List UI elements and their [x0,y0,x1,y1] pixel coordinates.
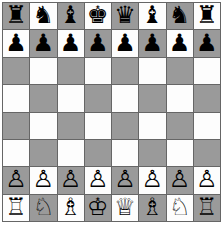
square-r5c2[interactable] [30,85,56,111]
square-r8c5[interactable]: ♛ [112,3,138,29]
white-pawn: ♙ [5,167,27,191]
square-r1c8[interactable]: ♖ [194,195,220,221]
black-pawn: ♟ [87,31,109,55]
chess-board-wrapper: ♜♞♝♚♛♝♞♜♟♟♟♟♟♟♟♟♙♙♙♙♙♙♙♙♖♘♗♔♕♗♘♖ [2,2,221,222]
square-r4c8[interactable] [194,113,220,139]
white-pawn: ♙ [114,167,136,191]
square-r8c1[interactable]: ♜ [3,3,29,29]
black-pawn: ♟ [33,31,55,55]
white-bishop: ♗ [142,195,164,219]
square-r2c3[interactable]: ♙ [58,167,84,193]
square-r7c3[interactable]: ♟ [58,30,84,56]
square-r4c7[interactable] [167,113,193,139]
square-r8c7[interactable]: ♞ [167,3,193,29]
white-pawn: ♙ [142,167,164,191]
square-r4c2[interactable] [30,113,56,139]
square-r7c1[interactable]: ♟ [3,30,29,56]
square-r4c4[interactable] [85,113,111,139]
white-bishop: ♗ [60,195,82,219]
square-r4c6[interactable] [139,113,165,139]
white-knight: ♘ [169,195,191,219]
square-r2c4[interactable]: ♙ [85,167,111,193]
white-pawn: ♙ [60,167,82,191]
square-r2c5[interactable]: ♙ [112,167,138,193]
square-r7c4[interactable]: ♟ [85,30,111,56]
square-r3c7[interactable] [167,140,193,166]
square-r8c8[interactable]: ♜ [194,3,220,29]
square-r4c3[interactable] [58,113,84,139]
square-r8c3[interactable]: ♝ [58,3,84,29]
square-r1c3[interactable]: ♗ [58,195,84,221]
square-r2c8[interactable]: ♙ [194,167,220,193]
square-r7c2[interactable]: ♟ [30,30,56,56]
square-r1c2[interactable]: ♘ [30,195,56,221]
square-r1c7[interactable]: ♘ [167,195,193,221]
white-rook: ♖ [196,195,218,219]
square-r3c3[interactable] [58,140,84,166]
square-r3c5[interactable] [112,140,138,166]
square-r3c8[interactable] [194,140,220,166]
square-r2c6[interactable]: ♙ [139,167,165,193]
square-r5c3[interactable] [58,85,84,111]
square-r5c6[interactable] [139,85,165,111]
square-r4c5[interactable] [112,113,138,139]
square-r5c5[interactable] [112,85,138,111]
black-pawn: ♟ [60,31,82,55]
square-r6c6[interactable] [139,58,165,84]
square-r1c1[interactable]: ♖ [3,195,29,221]
white-rook: ♖ [5,195,27,219]
square-r7c7[interactable]: ♟ [167,30,193,56]
black-queen: ♛ [114,3,136,27]
square-r2c2[interactable]: ♙ [30,167,56,193]
black-pawn: ♟ [5,31,27,55]
black-knight: ♞ [33,3,55,27]
white-pawn: ♙ [87,167,109,191]
square-r5c1[interactable] [3,85,29,111]
black-bishop: ♝ [142,3,164,27]
black-rook: ♜ [196,3,218,27]
square-r6c1[interactable] [3,58,29,84]
square-r8c4[interactable]: ♚ [85,3,111,29]
square-r5c4[interactable] [85,85,111,111]
square-r6c2[interactable] [30,58,56,84]
square-r1c5[interactable]: ♕ [112,195,138,221]
white-king: ♔ [87,195,109,219]
square-r6c7[interactable] [167,58,193,84]
square-r2c7[interactable]: ♙ [167,167,193,193]
white-knight: ♘ [33,195,55,219]
square-r3c1[interactable] [3,140,29,166]
square-r4c1[interactable] [3,113,29,139]
square-r2c1[interactable]: ♙ [3,167,29,193]
white-queen: ♕ [114,195,136,219]
black-pawn: ♟ [114,31,136,55]
white-pawn: ♙ [196,167,218,191]
square-r3c2[interactable] [30,140,56,166]
square-r3c6[interactable] [139,140,165,166]
square-r1c4[interactable]: ♔ [85,195,111,221]
square-r1c6[interactable]: ♗ [139,195,165,221]
black-king: ♚ [87,3,109,27]
square-r6c8[interactable] [194,58,220,84]
white-pawn: ♙ [33,167,55,191]
square-r6c5[interactable] [112,58,138,84]
white-pawn: ♙ [169,167,191,191]
black-pawn: ♟ [169,31,191,55]
square-r7c8[interactable]: ♟ [194,30,220,56]
square-r7c6[interactable]: ♟ [139,30,165,56]
black-rook: ♜ [5,3,27,27]
square-r6c3[interactable] [58,58,84,84]
square-r5c7[interactable] [167,85,193,111]
square-r8c2[interactable]: ♞ [30,3,56,29]
black-bishop: ♝ [60,3,82,27]
black-knight: ♞ [169,3,191,27]
square-r3c4[interactable] [85,140,111,166]
black-pawn: ♟ [196,31,218,55]
chess-board: ♜♞♝♚♛♝♞♜♟♟♟♟♟♟♟♟♙♙♙♙♙♙♙♙♖♘♗♔♕♗♘♖ [2,2,221,222]
square-r7c5[interactable]: ♟ [112,30,138,56]
square-r6c4[interactable] [85,58,111,84]
square-r5c8[interactable] [194,85,220,111]
black-pawn: ♟ [142,31,164,55]
square-r8c6[interactable]: ♝ [139,3,165,29]
